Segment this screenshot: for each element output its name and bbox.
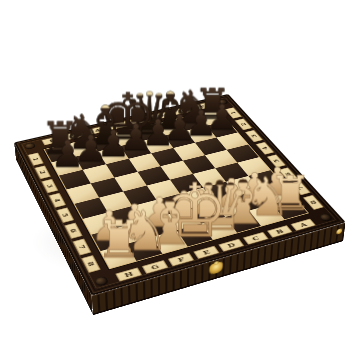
pieces-layer: ♜♞♝♛♚♝♞♜♟♟♟♟♟♟♟♟♟♟♟♟♟♟♟♟♜♞♝♛♚♝♞♜ bbox=[14, 94, 345, 296]
corner-carving bbox=[23, 142, 36, 150]
rank-label-left-2: 2 bbox=[34, 165, 50, 179]
brass-hinge-icon bbox=[336, 228, 342, 235]
rank-label-left-4: 4 bbox=[49, 193, 66, 208]
rank-label-left-7: 7 bbox=[73, 238, 92, 255]
rank-label-left-5: 5 bbox=[56, 207, 74, 223]
scene: HHGGFFEEDDCCBBAA1122334455667788 ♜♞♝♛♚♝♞… bbox=[0, 0, 345, 338]
brass-latch-icon bbox=[209, 261, 222, 275]
rank-label-left-8: 8 bbox=[81, 255, 100, 273]
rank-label-left-6: 6 bbox=[64, 223, 82, 239]
corner-carving bbox=[93, 275, 109, 286]
corner-carving bbox=[318, 213, 334, 223]
rank-label-left-3: 3 bbox=[41, 179, 58, 193]
rank-label-left-1: 1 bbox=[28, 153, 44, 166]
chess-board: HHGGFFEEDDCCBBAA1122334455667788 ♜♞♝♛♚♝♞… bbox=[14, 94, 345, 296]
